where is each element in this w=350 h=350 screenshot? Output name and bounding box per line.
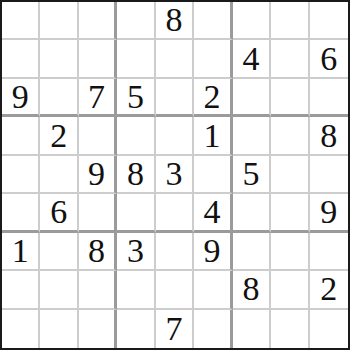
cell-r5c4[interactable]: 8 [117,156,155,194]
cell-r3c3[interactable]: 7 [79,79,117,117]
cell-r8c7[interactable]: 8 [233,271,271,309]
cell-r1c3[interactable] [79,2,117,40]
cell-r6c2[interactable]: 6 [40,194,78,232]
given-digit: 8 [320,119,337,153]
cell-r6c1[interactable] [2,194,40,232]
cell-r1c5[interactable]: 8 [156,2,194,40]
cell-r2c6[interactable] [194,40,232,78]
cell-r3c7[interactable] [233,79,271,117]
cell-r4c4[interactable] [117,117,155,155]
cell-r3c6[interactable]: 2 [194,79,232,117]
cell-r7c9[interactable] [310,233,348,271]
cell-r2c3[interactable] [79,40,117,78]
cell-r2c5[interactable] [156,40,194,78]
cell-r5c9[interactable] [310,156,348,194]
given-digit: 2 [203,80,220,114]
cell-r2c9[interactable]: 6 [310,40,348,78]
cell-r3c8[interactable] [271,79,309,117]
given-digit: 6 [320,42,337,76]
cell-r2c2[interactable] [40,40,78,78]
given-digit: 9 [320,195,337,229]
given-digit: 8 [242,272,259,306]
cell-r7c3[interactable]: 8 [79,233,117,271]
cell-r4c7[interactable] [233,117,271,155]
cell-r5c2[interactable] [40,156,78,194]
given-digit: 4 [203,195,220,229]
cell-r7c2[interactable] [40,233,78,271]
given-digit: 4 [242,42,259,76]
cell-r9c4[interactable] [117,310,155,348]
sudoku-puzzle: 846975221898356491839827 [0,0,350,350]
cell-r7c5[interactable] [156,233,194,271]
given-digit: 1 [203,119,220,153]
cell-r4c1[interactable] [2,117,40,155]
given-digit: 1 [12,234,29,268]
cell-r4c6[interactable]: 1 [194,117,232,155]
given-digit: 3 [165,157,182,191]
cell-r9c6[interactable] [194,310,232,348]
cell-r8c9[interactable]: 2 [310,271,348,309]
cell-r7c7[interactable] [233,233,271,271]
cell-r3c4[interactable]: 5 [117,79,155,117]
cell-r2c8[interactable] [271,40,309,78]
given-digit: 2 [320,272,337,306]
cell-r1c9[interactable] [310,2,348,40]
cell-r5c3[interactable]: 9 [79,156,117,194]
cell-r4c5[interactable] [156,117,194,155]
given-digit: 2 [50,119,67,153]
cell-r6c7[interactable] [233,194,271,232]
given-digit: 7 [88,80,105,114]
cell-r9c8[interactable] [271,310,309,348]
cell-r5c6[interactable] [194,156,232,194]
given-digit: 8 [165,3,182,37]
cell-r6c8[interactable] [271,194,309,232]
cell-r8c4[interactable] [117,271,155,309]
cell-r9c2[interactable] [40,310,78,348]
cell-r5c7[interactable]: 5 [233,156,271,194]
cell-r5c1[interactable] [2,156,40,194]
cell-r1c4[interactable] [117,2,155,40]
cell-r9c9[interactable] [310,310,348,348]
given-digit: 9 [88,157,105,191]
given-digit: 8 [127,157,144,191]
given-digit: 9 [203,234,220,268]
given-digit: 7 [165,312,182,346]
given-digit: 5 [242,157,259,191]
cell-r8c6[interactable] [194,271,232,309]
cell-r1c2[interactable] [40,2,78,40]
cell-r2c7[interactable]: 4 [233,40,271,78]
sudoku-board: 846975221898356491839827 [0,0,350,350]
cell-r9c7[interactable] [233,310,271,348]
cell-r1c1[interactable] [2,2,40,40]
cell-r4c3[interactable] [79,117,117,155]
cell-r1c7[interactable] [233,2,271,40]
cell-r6c4[interactable] [117,194,155,232]
cell-r8c5[interactable] [156,271,194,309]
cell-r5c8[interactable] [271,156,309,194]
given-digit: 9 [12,80,29,114]
cell-r8c1[interactable] [2,271,40,309]
cell-r4c2[interactable]: 2 [40,117,78,155]
given-digit: 8 [88,234,105,268]
cell-r6c9[interactable]: 9 [310,194,348,232]
cell-r2c1[interactable] [2,40,40,78]
cell-r6c3[interactable] [79,194,117,232]
cell-r6c6[interactable]: 4 [194,194,232,232]
cell-r4c8[interactable] [271,117,309,155]
cell-r7c1[interactable]: 1 [2,233,40,271]
cell-r1c6[interactable] [194,2,232,40]
cell-r8c3[interactable] [79,271,117,309]
cell-r8c8[interactable] [271,271,309,309]
cell-r2c4[interactable] [117,40,155,78]
cell-r4c9[interactable]: 8 [310,117,348,155]
cell-r5c5[interactable]: 3 [156,156,194,194]
cell-r9c3[interactable] [79,310,117,348]
cell-r9c1[interactable] [2,310,40,348]
cell-r7c6[interactable]: 9 [194,233,232,271]
cell-r3c5[interactable] [156,79,194,117]
cell-r1c8[interactable] [271,2,309,40]
cell-r7c4[interactable]: 3 [117,233,155,271]
given-digit: 5 [127,80,144,114]
given-digit: 3 [127,234,144,268]
cell-r8c2[interactable] [40,271,78,309]
given-digit: 6 [50,195,67,229]
cell-r7c8[interactable] [271,233,309,271]
cell-r3c2[interactable] [40,79,78,117]
cell-r6c5[interactable] [156,194,194,232]
cell-r9c5[interactable]: 7 [156,310,194,348]
cell-r3c1[interactable]: 9 [2,79,40,117]
cell-r3c9[interactable] [310,79,348,117]
